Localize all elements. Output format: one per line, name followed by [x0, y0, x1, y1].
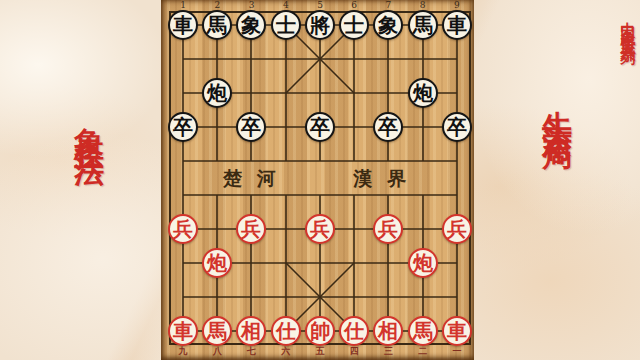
file-number: 九: [166, 345, 200, 357]
red-piece-兵[interactable]: 兵: [305, 214, 335, 244]
red-piece-仕[interactable]: 仕: [339, 316, 369, 346]
red-piece-帥[interactable]: 帥: [305, 316, 335, 346]
red-piece-兵[interactable]: 兵: [373, 214, 403, 244]
file-number: 八: [200, 345, 234, 357]
black-piece-象[interactable]: 象: [373, 10, 403, 40]
file-number: 一: [440, 345, 474, 357]
black-piece-卒[interactable]: 卒: [373, 112, 403, 142]
black-piece-卒[interactable]: 卒: [442, 112, 472, 142]
board-grid-lines: [161, 0, 474, 360]
black-piece-車[interactable]: 車: [168, 10, 198, 40]
black-piece-士[interactable]: 士: [339, 10, 369, 40]
black-piece-炮[interactable]: 炮: [408, 78, 438, 108]
right-title-calligraphy: 牛头滚布局: [536, 86, 577, 126]
red-piece-炮[interactable]: 炮: [408, 248, 438, 278]
red-piece-炮[interactable]: 炮: [202, 248, 232, 278]
file-number: 五: [303, 345, 337, 357]
black-piece-象[interactable]: 象: [236, 10, 266, 40]
black-piece-卒[interactable]: 卒: [236, 112, 266, 142]
red-piece-車[interactable]: 車: [168, 316, 198, 346]
red-piece-兵[interactable]: 兵: [236, 214, 266, 244]
river-label-chu-he: 楚河: [223, 167, 291, 189]
black-piece-馬[interactable]: 馬: [202, 10, 232, 40]
file-number: 七: [234, 345, 268, 357]
black-piece-卒[interactable]: 卒: [168, 112, 198, 142]
xiangqi-board[interactable]: 1 2 3 4 5 6 7 8 9 九 八 七 六 五 四 三 二 一 楚河 漢…: [161, 0, 474, 360]
file-number: 二: [406, 345, 440, 357]
red-piece-馬[interactable]: 馬: [408, 316, 438, 346]
file-numbers-bottom: 九 八 七 六 五 四 三 二 一: [166, 345, 474, 357]
river-label-han-jie: 漢界: [353, 167, 421, 189]
black-piece-車[interactable]: 車: [442, 10, 472, 40]
black-piece-炮[interactable]: 炮: [202, 78, 232, 108]
red-piece-馬[interactable]: 馬: [202, 316, 232, 346]
black-piece-將[interactable]: 將: [305, 10, 335, 40]
red-piece-兵[interactable]: 兵: [442, 214, 472, 244]
red-piece-相[interactable]: 相: [373, 316, 403, 346]
red-piece-兵[interactable]: 兵: [168, 214, 198, 244]
file-number: 三: [371, 345, 405, 357]
red-piece-仕[interactable]: 仕: [271, 316, 301, 346]
black-piece-士[interactable]: 士: [271, 10, 301, 40]
black-piece-卒[interactable]: 卒: [305, 112, 335, 142]
file-number: 六: [269, 345, 303, 357]
red-piece-相[interactable]: 相: [236, 316, 266, 346]
black-piece-馬[interactable]: 馬: [408, 10, 438, 40]
series-title: 中国象棋宝典系列: [618, 10, 637, 42]
file-number: 四: [337, 345, 371, 357]
red-piece-車[interactable]: 車: [442, 316, 472, 346]
left-title-calligraphy: 象棋兵法: [68, 104, 109, 140]
